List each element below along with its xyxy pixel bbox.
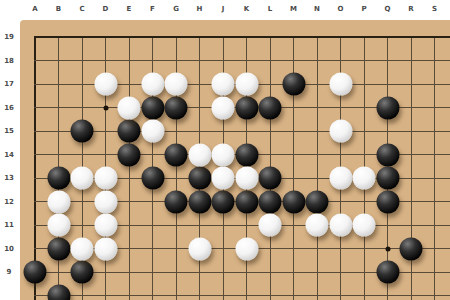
stone-black-g16[interactable] xyxy=(165,96,188,119)
stone-black-b13[interactable] xyxy=(47,167,70,190)
stone-white-h10[interactable] xyxy=(188,237,211,260)
stone-black-k16[interactable] xyxy=(235,96,258,119)
stone-black-c15[interactable] xyxy=(71,120,94,143)
stone-white-h14[interactable] xyxy=(188,143,211,166)
stone-white-o11[interactable] xyxy=(329,214,352,237)
col-label-M: M xyxy=(290,6,297,13)
stone-black-a9[interactable] xyxy=(24,261,47,284)
row-label-10: 10 xyxy=(4,245,14,252)
stone-black-h12[interactable] xyxy=(188,190,211,213)
col-label-K: K xyxy=(244,6,249,13)
stone-white-k10[interactable] xyxy=(235,237,258,260)
stone-black-l13[interactable] xyxy=(259,167,282,190)
stone-black-m12[interactable] xyxy=(282,190,305,213)
stone-white-j17[interactable] xyxy=(212,73,235,96)
col-label-F: F xyxy=(150,6,155,13)
col-label-N: N xyxy=(314,6,320,13)
stone-black-l16[interactable] xyxy=(259,96,282,119)
stone-white-d11[interactable] xyxy=(94,214,117,237)
stone-white-p13[interactable] xyxy=(353,167,376,190)
stone-black-g14[interactable] xyxy=(165,143,188,166)
col-label-G: G xyxy=(173,6,179,13)
row-label-17: 17 xyxy=(4,81,14,88)
stone-black-h13[interactable] xyxy=(188,167,211,190)
stone-black-f13[interactable] xyxy=(141,167,164,190)
stone-black-j12[interactable] xyxy=(212,190,235,213)
stone-white-d17[interactable] xyxy=(94,73,117,96)
stone-black-b8[interactable] xyxy=(47,284,70,300)
star-point-q10 xyxy=(385,246,390,251)
grid-hline-19 xyxy=(34,36,450,38)
grid-vline-N xyxy=(317,36,318,300)
stone-black-f16[interactable] xyxy=(141,96,164,119)
stone-black-e15[interactable] xyxy=(118,120,141,143)
col-label-P: P xyxy=(361,6,366,13)
row-label-14: 14 xyxy=(4,151,14,158)
stone-white-k17[interactable] xyxy=(235,73,258,96)
col-label-O: O xyxy=(338,6,344,13)
stone-white-b12[interactable] xyxy=(47,190,70,213)
col-label-C: C xyxy=(79,6,84,13)
col-label-E: E xyxy=(127,6,132,13)
grid-hline-18 xyxy=(34,60,450,61)
stone-black-q14[interactable] xyxy=(376,143,399,166)
stone-white-b11[interactable] xyxy=(47,214,70,237)
stone-black-g12[interactable] xyxy=(165,190,188,213)
col-label-J: J xyxy=(222,6,225,13)
stone-black-c9[interactable] xyxy=(71,261,94,284)
grid-hline-8 xyxy=(34,295,450,296)
stone-black-r10[interactable] xyxy=(400,237,423,260)
grid-hline-15 xyxy=(34,131,450,132)
stone-black-k12[interactable] xyxy=(235,190,258,213)
col-label-H: H xyxy=(197,6,203,13)
star-point-d16 xyxy=(103,105,108,110)
stone-white-d12[interactable] xyxy=(94,190,117,213)
stone-white-j14[interactable] xyxy=(212,143,235,166)
col-label-B: B xyxy=(56,6,61,13)
row-label-18: 18 xyxy=(4,57,14,64)
col-label-A: A xyxy=(32,6,37,13)
stone-black-k14[interactable] xyxy=(235,143,258,166)
stone-black-n12[interactable] xyxy=(306,190,329,213)
stone-white-g17[interactable] xyxy=(165,73,188,96)
stone-black-q13[interactable] xyxy=(376,167,399,190)
stone-black-q16[interactable] xyxy=(376,96,399,119)
stone-white-l11[interactable] xyxy=(259,214,282,237)
stone-white-j16[interactable] xyxy=(212,96,235,119)
stone-white-j13[interactable] xyxy=(212,167,235,190)
grid-vline-E xyxy=(129,36,130,300)
row-label-13: 13 xyxy=(4,175,14,182)
col-label-S: S xyxy=(432,6,437,13)
stone-white-c13[interactable] xyxy=(71,167,94,190)
row-label-12: 12 xyxy=(4,198,14,205)
row-label-16: 16 xyxy=(4,104,14,111)
stone-white-o13[interactable] xyxy=(329,167,352,190)
stone-black-q12[interactable] xyxy=(376,190,399,213)
grid-vline-S xyxy=(434,36,435,300)
stone-white-n11[interactable] xyxy=(306,214,329,237)
stone-white-d10[interactable] xyxy=(94,237,117,260)
stone-black-q9[interactable] xyxy=(376,261,399,284)
stone-black-m17[interactable] xyxy=(282,73,305,96)
col-label-Q: Q xyxy=(385,6,391,13)
stone-white-e16[interactable] xyxy=(118,96,141,119)
col-label-D: D xyxy=(103,6,109,13)
stone-black-l12[interactable] xyxy=(259,190,282,213)
row-label-15: 15 xyxy=(4,128,14,135)
row-label-9: 9 xyxy=(7,269,12,276)
stone-white-f15[interactable] xyxy=(141,120,164,143)
stone-white-c10[interactable] xyxy=(71,237,94,260)
grid-vline-R xyxy=(411,36,412,300)
row-label-11: 11 xyxy=(4,222,14,229)
stone-black-e14[interactable] xyxy=(118,143,141,166)
col-label-R: R xyxy=(408,6,413,13)
stone-white-k13[interactable] xyxy=(235,167,258,190)
stone-white-d13[interactable] xyxy=(94,167,117,190)
stone-black-b10[interactable] xyxy=(47,237,70,260)
row-label-19: 19 xyxy=(4,34,14,41)
stone-white-o15[interactable] xyxy=(329,120,352,143)
stone-white-p11[interactable] xyxy=(353,214,376,237)
stone-white-f17[interactable] xyxy=(141,73,164,96)
stone-white-o17[interactable] xyxy=(329,73,352,96)
col-label-L: L xyxy=(268,6,272,13)
go-game-screenshot: ABCDEFGHJKLMNOPQRS191817161514131211109 xyxy=(0,0,450,300)
